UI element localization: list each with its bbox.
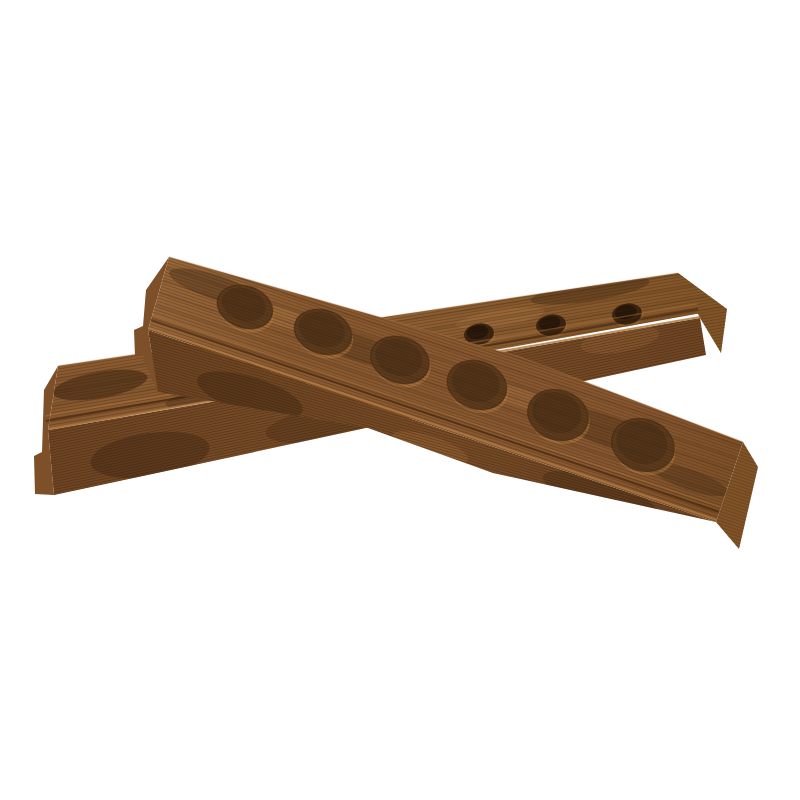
product-photo-stage: [0, 0, 800, 800]
mancala-rails-render: [0, 0, 800, 800]
